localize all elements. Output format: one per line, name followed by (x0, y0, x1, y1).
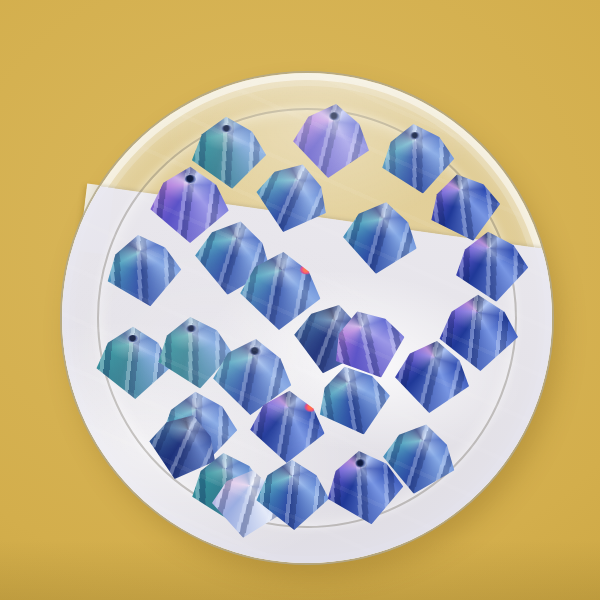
bead-container (62, 73, 552, 563)
bead-hole (355, 459, 366, 468)
photo-background (0, 0, 600, 600)
bead-hole (187, 324, 198, 332)
bead-hole (185, 175, 196, 183)
bead-hole (329, 112, 340, 121)
bead-hole (249, 347, 260, 356)
bead-hole (410, 131, 420, 139)
bead-hole (222, 125, 232, 133)
bead-hole (128, 335, 138, 342)
